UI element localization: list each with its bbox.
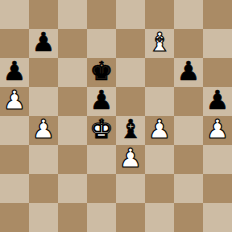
square-g6[interactable]: ♟ (174, 58, 203, 87)
piece-white-bishop: ♝ (148, 29, 171, 57)
piece-white-pawn: ♟ (119, 145, 142, 173)
square-h1[interactable] (203, 203, 232, 232)
square-f2[interactable] (145, 174, 174, 203)
piece-black-king: ♚ (90, 58, 113, 86)
square-f8[interactable] (145, 0, 174, 29)
square-d7[interactable] (87, 29, 116, 58)
square-e4[interactable]: ♝ (116, 116, 145, 145)
square-b3[interactable] (29, 145, 58, 174)
square-h5[interactable]: ♟ (203, 87, 232, 116)
piece-black-pawn: ♟ (32, 29, 55, 57)
square-f6[interactable] (145, 58, 174, 87)
piece-white-pawn: ♟ (3, 87, 26, 115)
square-c4[interactable] (58, 116, 87, 145)
square-a5[interactable]: ♟ (0, 87, 29, 116)
square-c8[interactable] (58, 0, 87, 29)
square-b4[interactable]: ♟ (29, 116, 58, 145)
piece-black-pawn: ♟ (177, 58, 200, 86)
square-h7[interactable] (203, 29, 232, 58)
square-d6[interactable]: ♚ (87, 58, 116, 87)
square-c2[interactable] (58, 174, 87, 203)
square-a8[interactable] (0, 0, 29, 29)
square-e2[interactable] (116, 174, 145, 203)
square-g8[interactable] (174, 0, 203, 29)
square-b8[interactable] (29, 0, 58, 29)
piece-white-pawn: ♟ (206, 116, 229, 144)
square-a6[interactable]: ♟ (0, 58, 29, 87)
chess-board: ♟♝♟♚♟♟♟♟♟♚♝♟♟♟ (0, 0, 232, 232)
square-e3[interactable]: ♟ (116, 145, 145, 174)
square-g2[interactable] (174, 174, 203, 203)
square-e8[interactable] (116, 0, 145, 29)
square-e1[interactable] (116, 203, 145, 232)
square-d3[interactable] (87, 145, 116, 174)
square-h8[interactable] (203, 0, 232, 29)
piece-black-pawn: ♟ (90, 87, 113, 115)
square-b6[interactable] (29, 58, 58, 87)
square-e7[interactable] (116, 29, 145, 58)
piece-white-pawn: ♟ (32, 116, 55, 144)
square-f3[interactable] (145, 145, 174, 174)
square-b1[interactable] (29, 203, 58, 232)
square-f7[interactable]: ♝ (145, 29, 174, 58)
square-g3[interactable] (174, 145, 203, 174)
piece-black-bishop: ♝ (119, 116, 142, 144)
square-a2[interactable] (0, 174, 29, 203)
square-d8[interactable] (87, 0, 116, 29)
square-c3[interactable] (58, 145, 87, 174)
square-f1[interactable] (145, 203, 174, 232)
square-a4[interactable] (0, 116, 29, 145)
piece-white-king: ♚ (90, 116, 113, 144)
square-h4[interactable]: ♟ (203, 116, 232, 145)
square-c1[interactable] (58, 203, 87, 232)
square-g7[interactable] (174, 29, 203, 58)
square-a1[interactable] (0, 203, 29, 232)
square-f5[interactable] (145, 87, 174, 116)
square-a7[interactable] (0, 29, 29, 58)
square-a3[interactable] (0, 145, 29, 174)
square-d4[interactable]: ♚ (87, 116, 116, 145)
square-b7[interactable]: ♟ (29, 29, 58, 58)
square-c6[interactable] (58, 58, 87, 87)
square-c7[interactable] (58, 29, 87, 58)
square-g4[interactable] (174, 116, 203, 145)
square-c5[interactable] (58, 87, 87, 116)
square-g5[interactable] (174, 87, 203, 116)
piece-black-pawn: ♟ (3, 58, 26, 86)
square-d2[interactable] (87, 174, 116, 203)
square-g1[interactable] (174, 203, 203, 232)
square-d1[interactable] (87, 203, 116, 232)
square-b2[interactable] (29, 174, 58, 203)
square-e6[interactable] (116, 58, 145, 87)
piece-black-pawn: ♟ (206, 87, 229, 115)
square-h6[interactable] (203, 58, 232, 87)
square-f4[interactable]: ♟ (145, 116, 174, 145)
square-h2[interactable] (203, 174, 232, 203)
square-h3[interactable] (203, 145, 232, 174)
square-b5[interactable] (29, 87, 58, 116)
square-e5[interactable] (116, 87, 145, 116)
square-d5[interactable]: ♟ (87, 87, 116, 116)
piece-white-pawn: ♟ (148, 116, 171, 144)
